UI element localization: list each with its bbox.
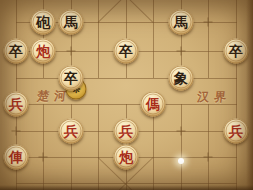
piece-glyph: 卒 (119, 44, 133, 58)
piece-red-cannon[interactable]: 炮 (114, 145, 139, 170)
position-marker (204, 153, 213, 162)
piece-glyph: 砲 (36, 15, 50, 29)
piece-red-soldier[interactable]: 兵 (59, 119, 84, 144)
grid-line-vertical (43, 104, 44, 190)
position-marker (12, 127, 21, 136)
piece-glyph: 馬 (174, 15, 188, 29)
piece-black-horse[interactable]: 馬 (59, 10, 84, 35)
piece-glyph: 炮 (119, 150, 133, 164)
piece-black-soldier[interactable]: 卒 (114, 39, 139, 64)
piece-red-soldier[interactable]: 兵 (4, 92, 29, 117)
piece-glyph: 炮 (36, 44, 50, 58)
piece-glyph: 俥 (9, 150, 23, 164)
grid-line-vertical (181, 104, 182, 190)
piece-glyph: 兵 (9, 97, 23, 111)
grid-line-horizontal (16, 78, 237, 79)
grid-line-vertical (98, 0, 99, 78)
position-marker (204, 18, 213, 27)
piece-black-soldier[interactable]: 卒 (4, 39, 29, 64)
grid-line-vertical (71, 104, 72, 190)
piece-black-cannon[interactable]: 砲 (31, 10, 56, 35)
piece-red-horse[interactable]: 傌 (141, 92, 166, 117)
move-hint-dot[interactable] (178, 158, 184, 164)
piece-red-chariot[interactable]: 俥 (4, 145, 29, 170)
grid-line-vertical (208, 0, 209, 78)
piece-glyph: 卒 (9, 44, 23, 58)
piece-black-horse[interactable]: 馬 (169, 10, 194, 35)
piece-glyph: 兵 (64, 124, 78, 138)
grid-line-vertical (98, 104, 99, 190)
xiangqi-board: 楚河 汉界 ❋ 砲馬馬卒炮卒卒卒象兵傌兵兵兵俥炮 (0, 0, 253, 190)
position-marker (177, 47, 186, 56)
piece-glyph: 傌 (146, 97, 160, 111)
grid-line-vertical (153, 0, 154, 78)
grid-line-vertical (153, 104, 154, 190)
piece-glyph: 兵 (119, 124, 133, 138)
grid-line-vertical (208, 104, 209, 190)
piece-glyph: 馬 (64, 15, 78, 29)
river-text-han: 汉界 (196, 89, 232, 106)
piece-glyph: 卒 (64, 71, 78, 85)
position-marker (177, 127, 186, 136)
piece-glyph: 象 (174, 71, 188, 85)
grid-line-vertical (236, 0, 237, 190)
piece-black-elephant[interactable]: 象 (169, 66, 194, 91)
piece-glyph: 兵 (229, 124, 243, 138)
piece-glyph: 卒 (229, 44, 243, 58)
piece-black-soldier[interactable]: 卒 (59, 66, 84, 91)
piece-red-soldier[interactable]: 兵 (114, 119, 139, 144)
position-marker (67, 47, 76, 56)
piece-red-soldier[interactable]: 兵 (224, 119, 249, 144)
board-right-edge (246, 0, 253, 190)
piece-red-cannon[interactable]: 炮 (31, 39, 56, 64)
piece-black-soldier[interactable]: 卒 (224, 39, 249, 64)
position-marker (39, 153, 48, 162)
